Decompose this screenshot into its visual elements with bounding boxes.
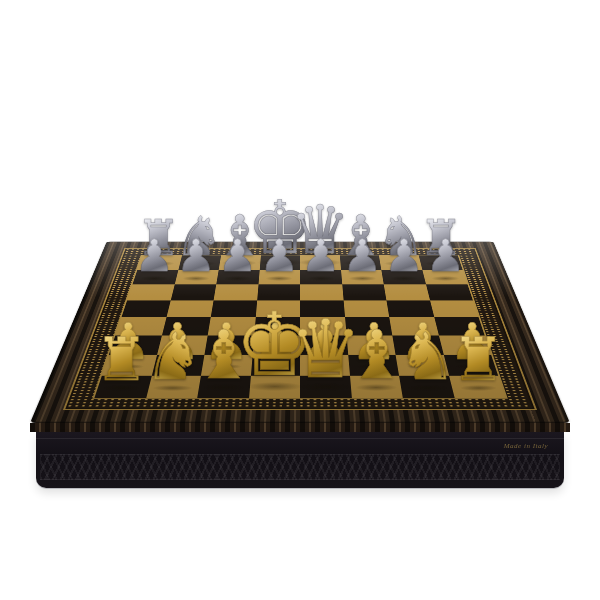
- embossed-band: [40, 454, 560, 480]
- square-a7: [443, 355, 498, 376]
- square-e8: [249, 375, 300, 397]
- square-f5: [208, 317, 256, 335]
- square-b2: [381, 270, 425, 285]
- square-a6: [438, 335, 491, 354]
- square-a3: [426, 284, 473, 300]
- square-f8: [197, 375, 250, 397]
- square-c2: [341, 270, 384, 285]
- square-b6: [392, 335, 443, 354]
- square-g5: [162, 317, 211, 335]
- square-f7: [201, 355, 252, 376]
- square-e5: [254, 317, 300, 335]
- square-g2: [174, 270, 218, 285]
- square-h6: [109, 335, 162, 354]
- square-b1: [379, 255, 422, 269]
- square-a4: [430, 300, 479, 317]
- square-c8: [350, 375, 403, 397]
- square-c6: [346, 335, 395, 354]
- square-c7: [348, 355, 399, 376]
- square-d7: [300, 355, 350, 376]
- chess-set-photo: Made in Italy ♜♞♝♚♛♝♞♜♟♟♟♟♟♟♟♟♟♟♟♟♟♟♟♟♜♞…: [0, 0, 600, 600]
- square-e2: [258, 270, 300, 285]
- square-b5: [389, 317, 438, 335]
- trim-front-edge: [30, 423, 570, 432]
- square-c3: [342, 284, 387, 300]
- square-b3: [384, 284, 430, 300]
- board-plane: [30, 242, 570, 423]
- square-e1: [259, 255, 300, 269]
- square-c5: [345, 317, 393, 335]
- square-d8: [300, 375, 351, 397]
- square-d1: [300, 255, 341, 269]
- square-d4: [300, 300, 345, 317]
- square-e3: [257, 284, 300, 300]
- square-a2: [422, 270, 468, 285]
- chessboard-squares: [92, 255, 507, 399]
- square-f6: [204, 335, 253, 354]
- square-e7: [250, 355, 300, 376]
- square-a1: [418, 255, 462, 269]
- square-f2: [216, 270, 259, 285]
- square-h8: [94, 375, 151, 397]
- square-d2: [300, 270, 342, 285]
- square-h2: [132, 270, 178, 285]
- chest-front-face: Made in Italy: [36, 432, 564, 488]
- square-a5: [434, 317, 485, 335]
- square-c4: [343, 300, 389, 317]
- box-stamp-text: Made in Italy: [504, 442, 548, 450]
- square-h4: [121, 300, 170, 317]
- square-h3: [127, 284, 174, 300]
- square-h1: [137, 255, 181, 269]
- square-g3: [170, 284, 216, 300]
- square-g4: [166, 300, 213, 317]
- square-b8: [399, 375, 454, 397]
- square-h7: [102, 355, 157, 376]
- square-g6: [157, 335, 208, 354]
- square-g8: [146, 375, 201, 397]
- square-f1: [219, 255, 261, 269]
- square-d6: [300, 335, 348, 354]
- square-e6: [252, 335, 300, 354]
- square-g1: [178, 255, 221, 269]
- square-c1: [339, 255, 381, 269]
- square-b7: [396, 355, 449, 376]
- square-d3: [300, 284, 343, 300]
- square-f4: [211, 300, 257, 317]
- square-e4: [255, 300, 300, 317]
- square-a8: [449, 375, 506, 397]
- square-d5: [300, 317, 346, 335]
- square-g7: [151, 355, 204, 376]
- square-b4: [386, 300, 433, 317]
- lid-seam: [36, 438, 564, 439]
- square-f3: [214, 284, 259, 300]
- square-h5: [115, 317, 166, 335]
